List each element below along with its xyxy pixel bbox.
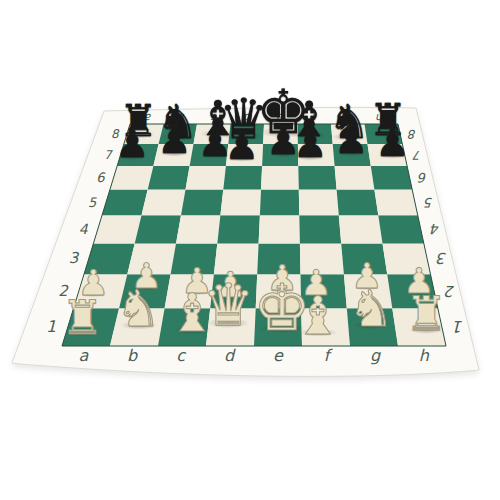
square-h7 [368,144,408,166]
square-c1 [158,308,210,346]
square-f2 [301,274,347,308]
square-c5 [181,190,223,216]
rank-label-right-3: 3 [436,249,447,267]
rank-label-right-4: 4 [430,221,440,237]
square-h8 [365,124,403,144]
square-h1 [392,308,446,346]
rank-label-left-8: 8 [111,127,120,141]
square-b2 [119,274,171,308]
square-f4 [299,215,341,243]
square-h3 [383,243,431,274]
square-e4 [259,215,300,243]
square-e3 [257,243,300,274]
rank-label-right-8: 8 [407,127,416,141]
square-d6 [223,166,262,190]
square-a8 [124,124,164,144]
square-b5 [142,190,186,216]
square-g3 [341,243,387,274]
file-label-top-b: b [177,111,185,124]
square-h6 [371,166,412,190]
square-e5 [260,190,299,216]
square-e2 [256,274,302,308]
rank-label-left-2: 2 [58,282,69,300]
rank-label-right-7: 7 [412,148,421,162]
square-g2 [344,274,392,308]
square-f5 [299,190,339,216]
square-b8 [159,124,197,144]
square-c7 [190,144,229,166]
square-d5 [220,190,261,216]
rank-label-right-2: 2 [444,282,455,300]
rank-label-right-5: 5 [424,195,433,210]
square-g4 [339,215,383,243]
square-d8 [228,124,264,144]
square-c3 [171,243,218,274]
square-h2 [387,274,438,308]
file-label-bottom-b: b [127,346,138,365]
square-d7 [226,144,263,166]
square-h4 [378,215,424,243]
file-label-top-h: h [376,111,384,124]
square-g6 [335,166,375,190]
square-h5 [374,190,417,216]
square-g7 [333,144,371,166]
rank-label-left-5: 5 [88,195,97,210]
square-b4 [135,215,181,243]
square-f1 [301,308,350,346]
file-label-bottom-h: h [419,346,430,365]
square-b1 [110,308,165,346]
square-g1 [347,308,398,346]
rank-label-left-4: 4 [79,221,89,237]
file-label-bottom-g: g [370,346,381,365]
square-e6 [261,166,299,190]
square-g8 [331,124,368,144]
square-c8 [194,124,231,144]
square-b3 [127,243,176,274]
square-d2 [210,274,257,308]
square-d4 [217,215,260,243]
square-e7 [262,144,298,166]
file-label-top-c: c [211,111,218,124]
square-b7 [153,144,193,166]
square-e8 [263,124,298,144]
square-c6 [186,166,226,190]
square-f3 [300,243,344,274]
square-c2 [165,274,214,308]
square-e1 [254,308,302,346]
rank-label-right-1: 1 [454,317,464,336]
rank-label-left-1: 1 [46,317,56,336]
square-b6 [148,166,190,190]
square-c4 [176,215,220,243]
square-a7 [117,144,158,166]
file-label-bottom-c: c [176,346,186,365]
product-photo: aabbccddeeffgghh1122334455667788 ♜♞♝♛♚♝♞… [0,0,500,500]
chess-mat: aabbccddeeffgghh1122334455667788 [0,0,500,500]
square-d1 [206,308,256,346]
square-g5 [337,190,379,216]
file-label-top-a: a [145,111,152,124]
file-label-bottom-e: e [273,346,284,365]
rank-label-left-3: 3 [69,249,80,267]
square-f7 [298,144,335,166]
file-label-bottom-a: a [78,346,89,365]
square-f8 [298,124,333,144]
square-d3 [214,243,259,274]
square-f6 [298,166,336,190]
file-label-top-g: g [342,111,350,124]
